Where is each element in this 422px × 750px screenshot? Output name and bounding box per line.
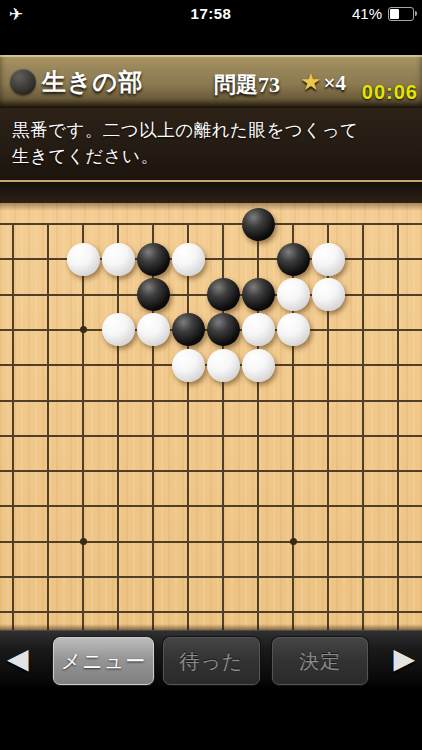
grid-line-horizontal [0,541,422,543]
menu-button[interactable]: メニュー [53,637,154,685]
grid-line-horizontal [0,400,422,402]
white-stone [102,243,135,276]
black-stone [242,208,275,241]
battery-fill [390,9,399,19]
star-point [290,538,297,545]
black-stone [207,313,240,346]
grid-line-horizontal [0,258,422,260]
black-stone [137,278,170,311]
white-stone [137,313,170,346]
grid-line-vertical [397,224,399,630]
battery-status: 41% [352,5,414,22]
white-stone [277,313,310,346]
white-stone [102,313,135,346]
white-stone [312,278,345,311]
star-icon: ★ [300,68,322,96]
timer: 00:06 [362,81,418,104]
grid-line-vertical [187,224,189,630]
battery-icon [388,7,414,21]
white-stone [277,278,310,311]
white-stone [207,349,240,382]
grid-line-vertical [117,224,119,630]
black-stone [172,313,205,346]
grid-line-vertical [82,224,84,630]
problem-text-line1: 黒番です。二つ以上の離れた眼をつくって [12,117,410,143]
white-stone [67,243,100,276]
white-stone [172,349,205,382]
undo-button[interactable]: 待った [163,637,260,685]
grid-line-vertical [47,224,49,630]
problem-text-line2: 生きてください。 [12,143,410,169]
next-arrow-button[interactable]: ▶ [393,643,415,675]
white-stone [312,243,345,276]
app-screen: ✈ 17:58 41% 生きの部 問題73 ★ ×4 00:06 黒番です。二つ… [0,0,422,750]
grid-line-horizontal [0,576,422,578]
black-stone [277,243,310,276]
grid-line-horizontal [0,223,422,225]
star-point [80,326,87,333]
section-title: 生きの部 [42,66,143,98]
go-board[interactable] [0,203,422,630]
header-bar: 生きの部 問題73 ★ ×4 00:06 [0,55,422,108]
problem-description: 黒番です。二つ以上の離れた眼をつくって 生きてください。 [0,108,422,180]
status-bar: ✈ 17:58 41% [0,0,422,28]
grid-line-vertical [12,224,14,630]
black-stone [242,278,275,311]
grid-line-horizontal [0,611,422,613]
black-go-stone-icon [10,69,36,95]
grid-line-vertical [362,224,364,630]
problem-number: 問題73 [214,70,280,100]
grid-line-horizontal [0,435,422,437]
grid-line-horizontal [0,505,422,507]
white-stone [172,243,205,276]
confirm-button[interactable]: 決定 [272,637,368,685]
bottom-toolbar: ◀ メニュー 待った 決定 ▶ [0,630,422,690]
battery-percent: 41% [352,5,382,22]
white-stone [242,313,275,346]
black-stone [207,278,240,311]
prev-arrow-button[interactable]: ◀ [7,643,29,675]
grid-line-horizontal [0,470,422,472]
star-point [80,538,87,545]
white-stone [242,349,275,382]
panel-board-gap [0,182,422,203]
black-stone [137,243,170,276]
star-count: ×4 [324,71,346,96]
battery-nub [415,11,417,16]
difficulty-rating: ★ ×4 [300,68,346,96]
